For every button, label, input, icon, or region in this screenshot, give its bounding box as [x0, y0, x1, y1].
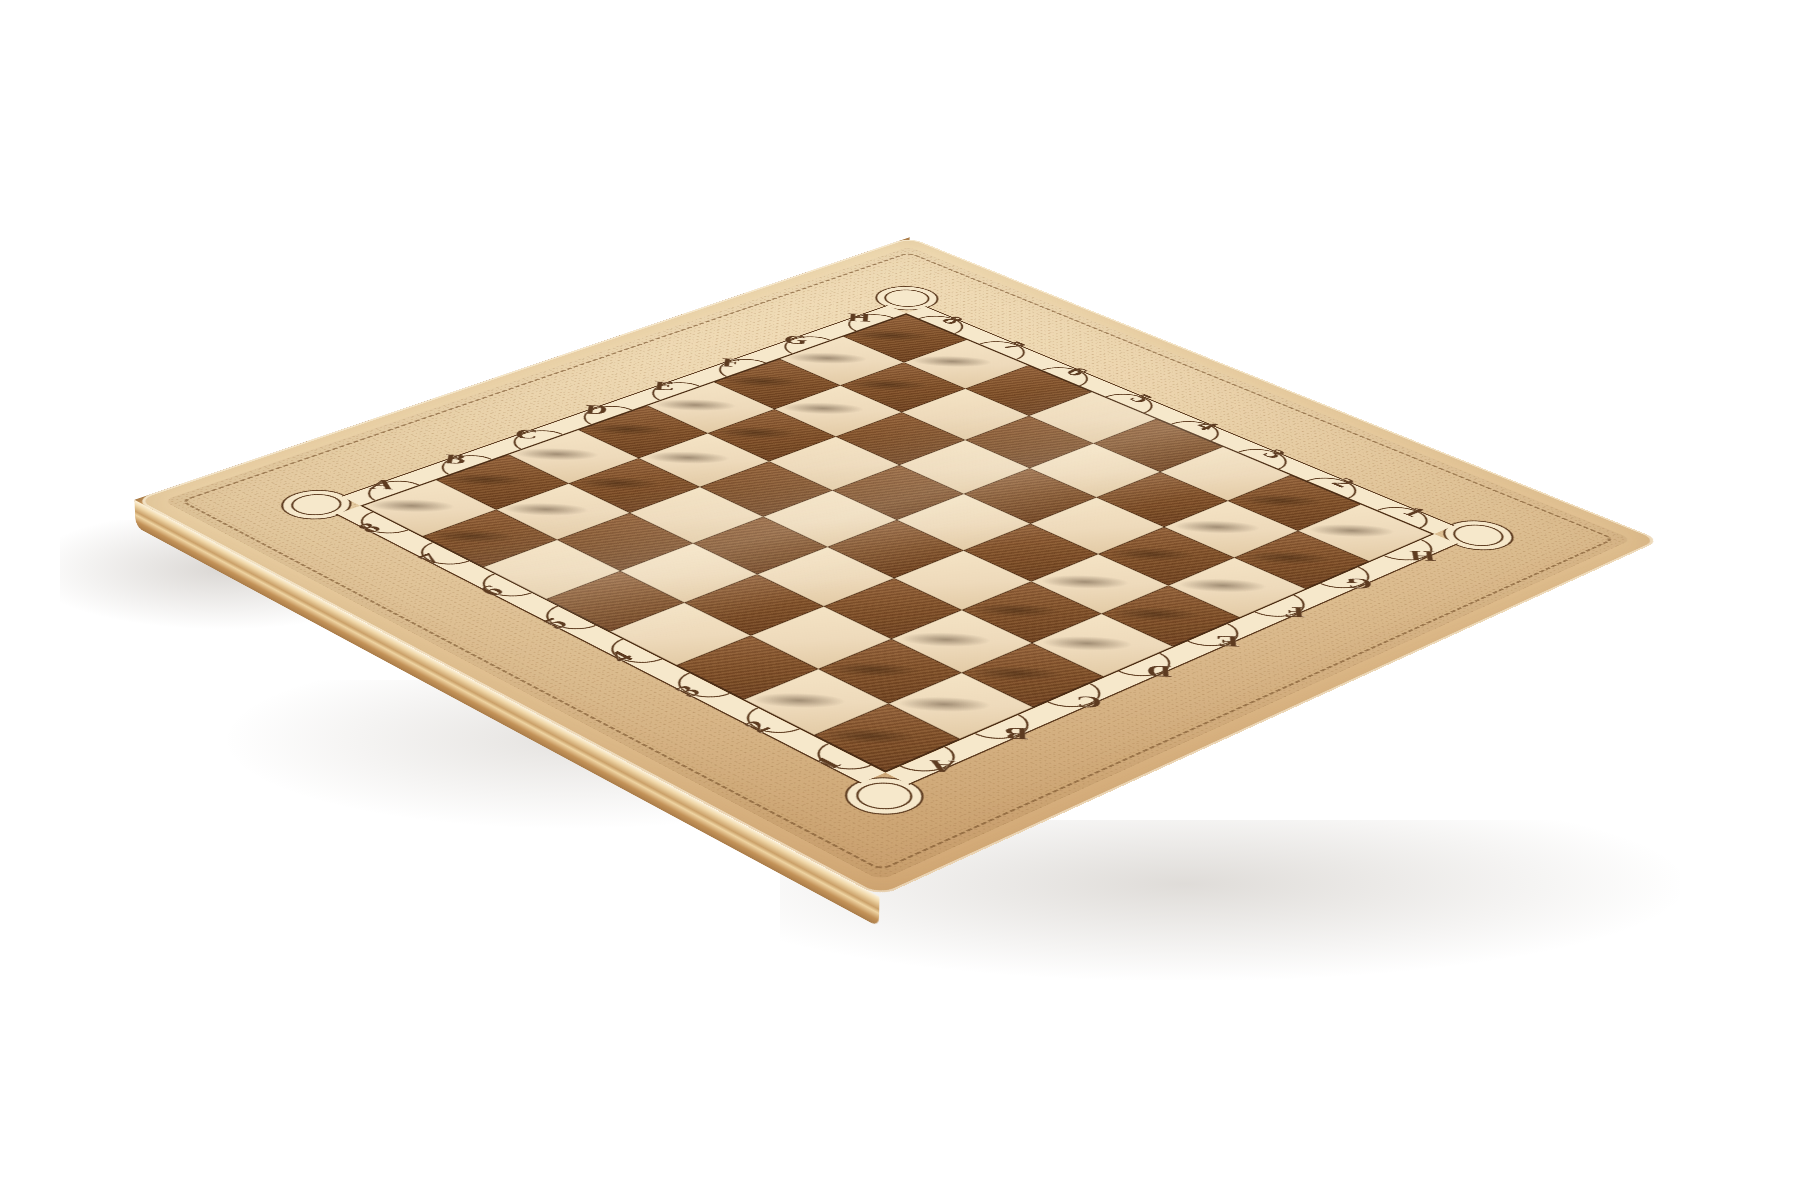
camera-tilt: 87654321 87654321 HGFEDCBA HGFEDCBA ♜♞♝♚…: [0, 0, 1799, 1200]
perspective-scene: 87654321 87654321 HGFEDCBA HGFEDCBA ♜♞♝♚…: [0, 0, 1799, 1200]
pawn-icon: ♟: [445, 454, 526, 539]
piece-black-rook-a1[interactable]: ♜: [813, 704, 960, 772]
photo-stage: 87654321 87654321 HGFEDCBA HGFEDCBA ♜♞♝♚…: [0, 0, 1799, 1200]
rook-icon: ♜: [833, 631, 937, 741]
chess-board: 87654321 87654321 HGFEDCBA HGFEDCBA ♜♞♝♚…: [134, 237, 1661, 897]
